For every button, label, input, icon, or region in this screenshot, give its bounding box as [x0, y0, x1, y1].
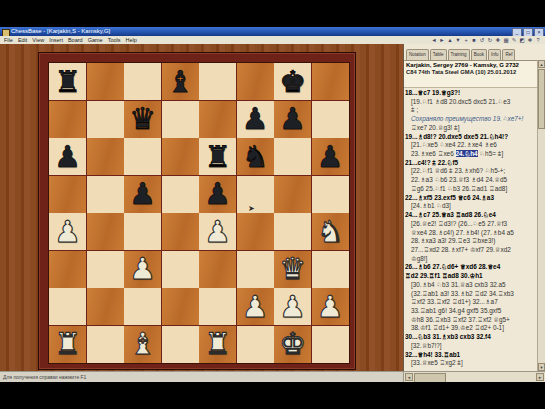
notation-line-22: [30.♗b4 ♘b3 31.♕a3 cxb3 32.a5: [405, 281, 538, 290]
menu-item-file[interactable]: File: [4, 36, 13, 44]
notation-panel: NotationTableTrainingBookInfoRef Karjaki…: [403, 44, 545, 371]
board-frame: ♜♝♚♛♟♟♟♜♞♟♟♟♟♟♞♟♛♟♟♟♜♝♜♚: [38, 52, 356, 370]
move-text[interactable]: ♖g6 25.♘f1 ♘b3 26.♖ad1 ♖ad8]: [411, 185, 507, 192]
black-pawn-g7: ♟: [279, 104, 306, 134]
toolbar-icon-8[interactable]: ✚: [495, 36, 501, 44]
white-pawn-g2: ♟: [279, 292, 306, 322]
notation-line-20: 26...♗b6 27.♘d6+ ♕xd6 28.♕e4: [405, 263, 538, 272]
menu-item-tools[interactable]: Tools: [108, 36, 121, 44]
toolbar-icon-7[interactable]: ↻: [487, 36, 493, 44]
white-rook-e1: ♜: [204, 329, 231, 359]
notation-line-15: [26.♕e2! ♖d3!? (26...♘e5 27.♕f3: [405, 220, 538, 229]
square-e1[interactable]: ♜: [199, 326, 236, 363]
move-text[interactable]: 22...♗xf5 23.exf5 ♕c6 24.♗a3: [405, 194, 494, 201]
close-button[interactable]: ×: [534, 28, 544, 36]
notation-line-4: ♖xe7 20.♕g3! ⩲]: [405, 124, 538, 133]
square-h4[interactable]: ♞: [312, 213, 349, 250]
menu-item-edit[interactable]: Edit: [18, 36, 27, 44]
notation-line-6: [21.♘xe5 ♘xe4 22.♗xe4 ♗e6: [405, 141, 538, 150]
mouse-cursor: ➤: [248, 204, 255, 213]
black-queen-c7: ♛: [129, 104, 156, 134]
square-h7[interactable]: [312, 101, 349, 138]
square-h6[interactable]: ♟: [312, 138, 349, 175]
scroll-right-icon[interactable]: ►: [536, 373, 544, 381]
tab-info[interactable]: Info: [488, 49, 502, 60]
chess-application-window: ChessBase - [Karjakin,S - Kamsky,G] _□× …: [0, 27, 545, 382]
notation-line-13: [24.♗b1 ♘d3]: [405, 202, 538, 211]
notation-line-14: 24...♗c7 25.♕a3 ♖ad8 26.♘e4: [405, 211, 538, 220]
move-text[interactable]: ♕xe4 28.♗c4!) 27.♗b4! (27.♗b4 a5: [411, 229, 514, 236]
window-title: ChessBase - [Karjakin,S - Kamsky,G]: [0, 28, 110, 34]
notation-line-1: [19.♘f1 ♗d8 20.dxc5 dxc5 21.♘e3: [405, 98, 538, 107]
square-e8[interactable]: [199, 63, 236, 100]
square-d4[interactable]: [162, 213, 199, 250]
white-bishop-c1: ♝: [129, 329, 156, 359]
notation-line-3: Сохраняло преимущество 19.♘xe7+!: [405, 115, 538, 124]
scroll-up-icon[interactable]: ▲: [538, 60, 545, 68]
square-c3[interactable]: ♟: [124, 251, 161, 288]
notation-line-11: ♖g6 25.♘f1 ♘b3 26.♖ad1 ♖ad8]: [405, 185, 538, 194]
square-a3[interactable]: [49, 251, 86, 288]
square-c2[interactable]: [124, 288, 161, 325]
notation-line-10: 22.♗a3 ♘b6 23.♕f3 ♗d4 24.♕d5: [405, 176, 538, 185]
square-a5[interactable]: [49, 176, 86, 213]
square-a8[interactable]: ♜: [49, 63, 86, 100]
square-h2[interactable]: ♟: [312, 288, 349, 325]
tab-book[interactable]: Book: [471, 49, 487, 60]
square-h3[interactable]: [312, 251, 349, 288]
toolbar-icon-4[interactable]: +: [463, 36, 469, 44]
minimize-button[interactable]: _: [512, 28, 522, 36]
game-header: Karjakin, Sergey 2769 - Kamsky, G 2732 C…: [404, 60, 538, 88]
main-area: ♜♝♚♛♟♟♟♜♞♟♟♟♟♟♞♟♛♟♟♟♜♝♜♚ ➤ NotationTable…: [0, 44, 545, 371]
square-c5[interactable]: ♟: [124, 176, 161, 213]
square-b1[interactable]: [87, 326, 124, 363]
square-b2[interactable]: [87, 288, 124, 325]
square-e6[interactable]: ♜: [199, 138, 236, 175]
move-text[interactable]: ♔h8 36.♖xb3 ♖xf2 37.♖xf2 ♕g5+: [411, 316, 510, 323]
square-g2[interactable]: ♟: [274, 288, 311, 325]
square-d2[interactable]: [162, 288, 199, 325]
square-f5[interactable]: [237, 176, 274, 213]
move-text[interactable]: ♔g8!]: [411, 255, 427, 262]
square-h5[interactable]: [312, 176, 349, 213]
move-text[interactable]: ♖xf2 33.♖xf2 ♖d1+) 32...♗a7: [411, 298, 498, 305]
notation-line-29: [32.♕b7!?]: [405, 342, 538, 351]
menu-item-view[interactable]: View: [32, 36, 44, 44]
black-bishop-d8: ♝: [167, 67, 194, 97]
square-f4[interactable]: [237, 213, 274, 250]
square-a6[interactable]: ♟: [49, 138, 86, 175]
black-pawn-c5: ♟: [129, 179, 156, 209]
square-h1[interactable]: [312, 326, 349, 363]
black-pawn-e5: ♟: [204, 179, 231, 209]
square-g5[interactable]: [274, 176, 311, 213]
move-text[interactable]: [21.♘xe5 ♘xe4 22.♗xe4 ♗e6: [411, 141, 497, 148]
move-text[interactable]: 32...♕h4! 33.♖ab1: [405, 351, 460, 358]
white-queen-g3: ♛: [279, 254, 306, 284]
menu-item-game[interactable]: Game: [88, 36, 103, 44]
square-g6[interactable]: [274, 138, 311, 175]
notation-line-24: ♖xf2 33.♖xf2 ♖d1+) 32...♗a7: [405, 298, 538, 307]
square-c8[interactable]: [124, 63, 161, 100]
move-text[interactable]: [24.♗b1 ♘d3]: [411, 202, 451, 209]
toolbar-icon-13[interactable]: ?: [535, 36, 541, 44]
move-text[interactable]: 27...♖xd2 28.♗xf7+ ♔xf7 29.♕xd2: [411, 246, 511, 253]
scrollbar-thumb[interactable]: [538, 69, 545, 129]
square-d5[interactable]: [162, 176, 199, 213]
toolbar-icon-1[interactable]: ►: [439, 36, 445, 44]
panel-tabs: NotationTableTrainingBookInfoRef: [406, 49, 515, 60]
tab-notation[interactable]: Notation: [406, 49, 429, 60]
title-bar[interactable]: ChessBase - [Karjakin,S - Kamsky,G] _□×: [0, 27, 545, 36]
square-f6[interactable]: ♞: [237, 138, 274, 175]
square-d1[interactable]: [162, 326, 199, 363]
square-c4[interactable]: [124, 213, 161, 250]
black-pawn-h6: ♟: [317, 142, 344, 172]
white-pawn-a4: ♟: [54, 217, 81, 247]
menu-item-help[interactable]: Help: [125, 36, 136, 44]
letterbox-top: [0, 0, 545, 27]
square-f3[interactable]: [237, 251, 274, 288]
menu-item-insert[interactable]: Insert: [49, 36, 63, 44]
square-g1[interactable]: ♚: [274, 326, 311, 363]
window-controls: _□×: [512, 28, 544, 36]
move-text[interactable]: 18...♕c7 19.♕g3?!: [405, 89, 460, 96]
notation-line-28: 30...♘b3 31.♗xb3 cxb3 32.f4: [405, 333, 538, 342]
square-b6[interactable]: [87, 138, 124, 175]
notation-line-19: ♔g8!]: [405, 255, 538, 264]
square-b7[interactable]: [87, 101, 124, 138]
square-g8[interactable]: ♚: [274, 63, 311, 100]
square-a2[interactable]: [49, 288, 86, 325]
square-g3[interactable]: ♛: [274, 251, 311, 288]
white-pawn-h2: ♟: [317, 292, 344, 322]
square-b4[interactable]: [87, 213, 124, 250]
toolbar-icons: ◄►▲▼+■↺↻✚▦✎◩❖?: [431, 36, 541, 44]
move-text[interactable]: 30...♘b3 31.♗xb3 cxb3 32.f4: [405, 333, 491, 340]
square-c1[interactable]: ♝: [124, 326, 161, 363]
square-b5[interactable]: [87, 176, 124, 213]
white-pawn-f2: ♟: [242, 292, 269, 322]
notation-line-0: 18...♕c7 19.♕g3?!: [405, 89, 538, 98]
square-b8[interactable]: [87, 63, 124, 100]
move-text[interactable]: [30.♗b4 ♘b3 31.♕a3 cxb3 32.a5: [411, 281, 506, 288]
black-pawn-a6: ♟: [54, 142, 81, 172]
move-text[interactable]: 28.♗xa3 a3! 29.♖e3 ♖bxe3!): [411, 237, 495, 244]
square-e3[interactable]: [199, 251, 236, 288]
toolbar-icon-9[interactable]: ▦: [503, 36, 509, 44]
move-text[interactable]: ♖xe7 20.♕g3! ⩲]: [411, 124, 460, 131]
move-text[interactable]: ♘h5= ⩲]: [478, 150, 504, 157]
notation-line-21: ♖d2 29.♖f1 ♖ad8 30.♔h1: [405, 272, 538, 281]
move-text[interactable]: [22.♘f1 ♕d6 ⩲ 23.♗xh6? ♘h5-+;: [411, 167, 505, 174]
toolbar-icon-3[interactable]: ▼: [455, 36, 461, 44]
black-rook-e6: ♜: [204, 142, 231, 172]
notation-line-23: (32.♖ab1 a3! 33.♗b2 ♖d2 34.♖xb3: [405, 290, 538, 299]
move-text[interactable]: 19...♗d8!? 20.dxe5 dxe5 21.♘h4!?: [405, 133, 508, 140]
toolbar-icon-12[interactable]: ❖: [527, 36, 533, 44]
square-b3[interactable]: [87, 251, 124, 288]
black-king-g8: ♚: [279, 67, 306, 97]
move-text[interactable]: 33.♖ab1 g6! 34.g4 gxf5 35.gxf5: [411, 307, 501, 314]
vertical-scrollbar[interactable]: ▲ ▼: [537, 60, 545, 371]
white-pawn-e4: ♟: [204, 217, 231, 247]
square-e2[interactable]: [199, 288, 236, 325]
toolbar-icon-6[interactable]: ↺: [479, 36, 485, 44]
notation-line-30: 32...♕h4! 33.♖ab1: [405, 351, 538, 360]
square-g7[interactable]: ♟: [274, 101, 311, 138]
square-d6[interactable]: [162, 138, 199, 175]
maximize-button[interactable]: □: [523, 28, 533, 36]
square-e4[interactable]: ♟: [199, 213, 236, 250]
tab-ref[interactable]: Ref: [502, 49, 515, 60]
toolbar-icon-2[interactable]: ▲: [447, 36, 453, 44]
move-text[interactable]: 38.♔f1 ♖d1+ 39.♔e2 ♖d2+ 0-1]: [411, 324, 504, 331]
square-f8[interactable]: [237, 63, 274, 100]
move-text[interactable]: 26...♗b6 27.♘d6+ ♕xd6 28.♕e4: [405, 263, 500, 270]
event-label: C84 74th Tata Steel GMA (10) 25.01.2012: [406, 69, 536, 75]
horizontal-scrollbar[interactable]: ◄ ►: [403, 371, 545, 382]
tab-training[interactable]: Training: [448, 49, 470, 60]
move-text[interactable]: [32.♕b7!?]: [411, 342, 442, 349]
square-c7[interactable]: ♛: [124, 101, 161, 138]
notation-line-17: 28.♗xa3 a3! 29.♖e3 ♖bxe3!): [405, 237, 538, 246]
notation-line-2: ⩲ ;: [405, 106, 538, 115]
letterbox-bottom: [0, 382, 545, 409]
notation-line-31: [33.♕xe5 ♖xg2 ⩲]: [405, 359, 538, 368]
notation-line-25: 33.♖ab1 g6! 34.g4 gxf5 35.gxf5: [405, 307, 538, 316]
square-d3[interactable]: [162, 251, 199, 288]
toolbar-icon-11[interactable]: ◩: [519, 36, 525, 44]
square-d7[interactable]: [162, 101, 199, 138]
chess-board: ♜♝♚♛♟♟♟♜♞♟♟♟♟♟♞♟♛♟♟♟♜♝♜♚: [48, 62, 350, 364]
move-text[interactable]: 22.♗a3 ♘b6 23.♕f3 ♗d4 24.♕d5: [411, 176, 507, 183]
square-e5[interactable]: ♟: [199, 176, 236, 213]
comment-text[interactable]: Сохраняло преимущество 19.♘xe7+!: [411, 115, 523, 122]
notation-line-26: ♔h8 36.♖xb3 ♖xf2 37.♖xf2 ♕g5+: [405, 316, 538, 325]
toolbar-icon-0[interactable]: ◄: [431, 36, 437, 44]
scroll-down-icon[interactable]: ▼: [538, 363, 545, 371]
move-text[interactable]: [26.♕e2! ♖d3!? (26...♘e5 27.♕f3: [411, 220, 507, 227]
toolbar-icon-5[interactable]: ■: [471, 36, 477, 44]
notation-line-5: 19...♗d8!? 20.dxe5 dxe5 21.♘h4!?: [405, 133, 538, 142]
square-c6[interactable]: [124, 138, 161, 175]
status-text: Для получения справки нажмите F1: [0, 374, 86, 380]
move-text[interactable]: 21...c4!? ⩲ 22.♘f5: [405, 159, 458, 166]
tab-table[interactable]: Table: [430, 49, 447, 60]
notation-line-18: 27...♖xd2 28.♗xf7+ ♔xf7 29.♕xd2: [405, 246, 538, 255]
square-f7[interactable]: ♟: [237, 101, 274, 138]
black-knight-f6: ♞: [242, 142, 269, 172]
notation-body: 18...♕c7 19.♕g3?![19.♘f1 ♗d8 20.dxc5 dxc…: [405, 89, 538, 369]
players-label: Karjakin, Sergey 2769 - Kamsky, G 2732: [406, 62, 536, 68]
white-knight-h4: ♞: [317, 217, 344, 247]
menu-items: FileEditViewInsertBoardGameToolsHelp: [4, 36, 137, 44]
move-text[interactable]: ♖d2 29.♖f1 ♖ad8 30.♔h1: [405, 272, 483, 279]
square-e7[interactable]: [199, 101, 236, 138]
notation-line-9: [22.♘f1 ♕d6 ⩲ 23.♗xh6? ♘h5-+;: [405, 167, 538, 176]
move-text[interactable]: 24...♗c7 25.♕a3 ♖ad8 26.♘e4: [405, 211, 496, 218]
move-text[interactable]: [33.♕xe5 ♖xg2 ⩲]: [411, 359, 463, 366]
move-text[interactable]: ⩲ ;: [411, 106, 418, 113]
white-king-g1: ♚: [279, 329, 306, 359]
black-rook-a8: ♜: [54, 67, 81, 97]
notation-line-8: 21...c4!? ⩲ 22.♘f5: [405, 159, 538, 168]
square-a7[interactable]: [49, 101, 86, 138]
notation-line-27: 38.♔f1 ♖d1+ 39.♔e2 ♖d2+ 0-1]: [405, 324, 538, 333]
move-text[interactable]: 23.♗xe6 ♖xe6: [411, 150, 456, 157]
white-rook-a1: ♜: [54, 329, 81, 359]
move-text[interactable]: (32.♖ab1 a3! 33.♗b2 ♖d2 34.♖xb3: [411, 290, 514, 297]
square-a1[interactable]: ♜: [49, 326, 86, 363]
app-icon: [2, 29, 10, 37]
square-a4[interactable]: ♟: [49, 213, 86, 250]
scroll-left-icon[interactable]: ◄: [405, 373, 413, 381]
notation-line-16: ♕xe4 28.♗c4!) 27.♗b4! (27.♗b4 a5: [405, 229, 538, 238]
square-f2[interactable]: ♟: [237, 288, 274, 325]
square-h8[interactable]: [312, 63, 349, 100]
notation-line-12: 22...♗xf5 23.exf5 ♕c6 24.♗a3: [405, 194, 538, 203]
notation-line-7: 23.♗xe6 ♖xe6 24.♘h4 ♘h5= ⩲]: [405, 150, 538, 159]
black-pawn-f7: ♟: [242, 104, 269, 134]
toolbar-icon-10[interactable]: ✎: [511, 36, 517, 44]
square-f1[interactable]: [237, 326, 274, 363]
square-g4[interactable]: [274, 213, 311, 250]
white-pawn-c3: ♟: [129, 254, 156, 284]
selected-move[interactable]: 24.♘h4: [456, 150, 478, 157]
move-text[interactable]: [19.♘f1 ♗d8 20.dxc5 dxc5 21.♘e3: [411, 98, 510, 105]
square-d8[interactable]: ♝: [162, 63, 199, 100]
menu-item-board[interactable]: Board: [68, 36, 83, 44]
